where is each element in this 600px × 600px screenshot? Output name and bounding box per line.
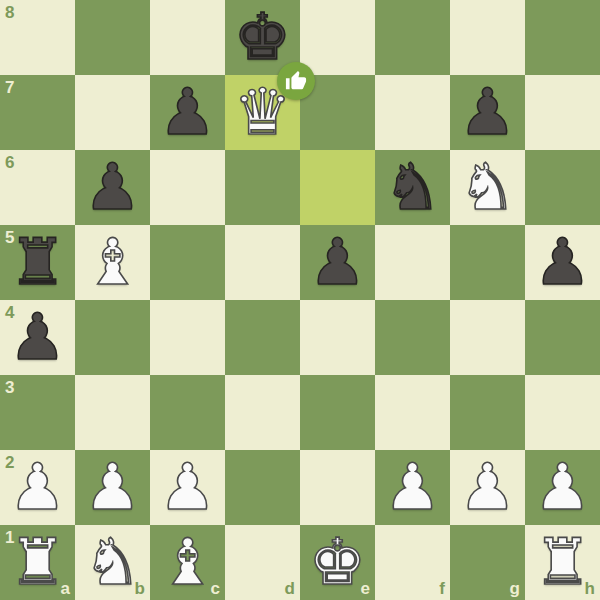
piece-white-pawn-b2[interactable]: ♟: [84, 450, 141, 525]
square-g4[interactable]: [450, 300, 525, 375]
square-a8[interactable]: 8: [0, 0, 75, 75]
square-f6[interactable]: ♞: [375, 150, 450, 225]
file-label-e: e: [361, 580, 370, 597]
square-d1[interactable]: d: [225, 525, 300, 600]
piece-white-pawn-h2[interactable]: ♟: [534, 450, 591, 525]
square-e4[interactable]: [300, 300, 375, 375]
piece-white-knight-b1[interactable]: ♞: [84, 525, 141, 600]
square-e8[interactable]: [300, 0, 375, 75]
square-d2[interactable]: [225, 450, 300, 525]
move-classification-badge: [277, 62, 315, 100]
square-h1[interactable]: h♜: [525, 525, 600, 600]
square-f7[interactable]: [375, 75, 450, 150]
piece-white-rook-h1[interactable]: ♜: [534, 525, 591, 600]
square-d3[interactable]: [225, 375, 300, 450]
square-f2[interactable]: ♟: [375, 450, 450, 525]
square-g5[interactable]: [450, 225, 525, 300]
file-label-d: d: [285, 580, 295, 597]
file-label-f: f: [439, 580, 445, 597]
rank-label-5: 5: [5, 229, 14, 246]
square-h4[interactable]: [525, 300, 600, 375]
thumbs-up-icon: [285, 70, 307, 92]
square-b5[interactable]: ♝: [75, 225, 150, 300]
square-c1[interactable]: c♝: [150, 525, 225, 600]
piece-white-pawn-g2[interactable]: ♟: [459, 450, 516, 525]
square-f1[interactable]: f: [375, 525, 450, 600]
square-c5[interactable]: [150, 225, 225, 300]
piece-black-pawn-g7[interactable]: ♟: [459, 75, 516, 150]
piece-black-pawn-b6[interactable]: ♟: [84, 150, 141, 225]
square-g8[interactable]: [450, 0, 525, 75]
square-e2[interactable]: [300, 450, 375, 525]
square-e5[interactable]: ♟: [300, 225, 375, 300]
piece-black-pawn-c7[interactable]: ♟: [159, 75, 216, 150]
piece-black-pawn-h5[interactable]: ♟: [534, 225, 591, 300]
square-d6[interactable]: [225, 150, 300, 225]
square-d5[interactable]: [225, 225, 300, 300]
square-a2[interactable]: 2♟: [0, 450, 75, 525]
square-h5[interactable]: ♟: [525, 225, 600, 300]
square-c6[interactable]: [150, 150, 225, 225]
piece-black-rook-a5[interactable]: ♜: [9, 225, 66, 300]
square-h8[interactable]: [525, 0, 600, 75]
piece-white-bishop-c1[interactable]: ♝: [159, 525, 216, 600]
square-h3[interactable]: [525, 375, 600, 450]
piece-black-pawn-e5[interactable]: ♟: [309, 225, 366, 300]
square-c2[interactable]: ♟: [150, 450, 225, 525]
square-c7[interactable]: ♟: [150, 75, 225, 150]
square-a1[interactable]: 1a♜: [0, 525, 75, 600]
file-label-b: b: [135, 580, 145, 597]
file-label-c: c: [211, 580, 220, 597]
square-g6[interactable]: ♞: [450, 150, 525, 225]
rank-label-2: 2: [5, 454, 14, 471]
piece-black-king-d8[interactable]: ♚: [234, 0, 291, 75]
rank-label-4: 4: [5, 304, 14, 321]
chess-board-container: 8♚7♟♛♟6♟♞♞5♜♝♟♟4♟32♟♟♟♟♟♟1a♜b♞c♝de♚fgh♜: [0, 0, 600, 600]
piece-black-pawn-a4[interactable]: ♟: [9, 300, 66, 375]
square-e6[interactable]: [300, 150, 375, 225]
rank-label-7: 7: [5, 79, 14, 96]
square-b6[interactable]: ♟: [75, 150, 150, 225]
square-f8[interactable]: [375, 0, 450, 75]
square-a6[interactable]: 6: [0, 150, 75, 225]
square-e1[interactable]: e♚: [300, 525, 375, 600]
piece-white-pawn-a2[interactable]: ♟: [9, 450, 66, 525]
square-b4[interactable]: [75, 300, 150, 375]
rank-label-6: 6: [5, 154, 14, 171]
square-a5[interactable]: 5♜: [0, 225, 75, 300]
square-b2[interactable]: ♟: [75, 450, 150, 525]
square-f4[interactable]: [375, 300, 450, 375]
piece-white-pawn-c2[interactable]: ♟: [159, 450, 216, 525]
square-c4[interactable]: [150, 300, 225, 375]
square-b7[interactable]: [75, 75, 150, 150]
file-label-h: h: [585, 580, 595, 597]
piece-white-rook-a1[interactable]: ♜: [9, 525, 66, 600]
square-a3[interactable]: 3: [0, 375, 75, 450]
square-b3[interactable]: [75, 375, 150, 450]
square-h6[interactable]: [525, 150, 600, 225]
piece-white-pawn-f2[interactable]: ♟: [384, 450, 441, 525]
square-g2[interactable]: ♟: [450, 450, 525, 525]
square-h2[interactable]: ♟: [525, 450, 600, 525]
file-label-g: g: [510, 580, 520, 597]
square-a4[interactable]: 4♟: [0, 300, 75, 375]
square-b8[interactable]: [75, 0, 150, 75]
square-b1[interactable]: b♞: [75, 525, 150, 600]
square-d4[interactable]: [225, 300, 300, 375]
piece-white-king-e1[interactable]: ♚: [309, 525, 366, 600]
square-a7[interactable]: 7: [0, 75, 75, 150]
square-f3[interactable]: [375, 375, 450, 450]
rank-label-8: 8: [5, 4, 14, 21]
rank-label-3: 3: [5, 379, 14, 396]
square-c8[interactable]: [150, 0, 225, 75]
square-h7[interactable]: [525, 75, 600, 150]
piece-white-bishop-b5[interactable]: ♝: [84, 225, 141, 300]
piece-white-knight-g6[interactable]: ♞: [459, 150, 516, 225]
rank-label-1: 1: [5, 529, 14, 546]
square-f5[interactable]: [375, 225, 450, 300]
piece-black-knight-f6[interactable]: ♞: [384, 150, 441, 225]
square-c3[interactable]: [150, 375, 225, 450]
square-g1[interactable]: g: [450, 525, 525, 600]
square-e3[interactable]: [300, 375, 375, 450]
file-label-a: a: [61, 580, 70, 597]
square-g7[interactable]: ♟: [450, 75, 525, 150]
square-g3[interactable]: [450, 375, 525, 450]
